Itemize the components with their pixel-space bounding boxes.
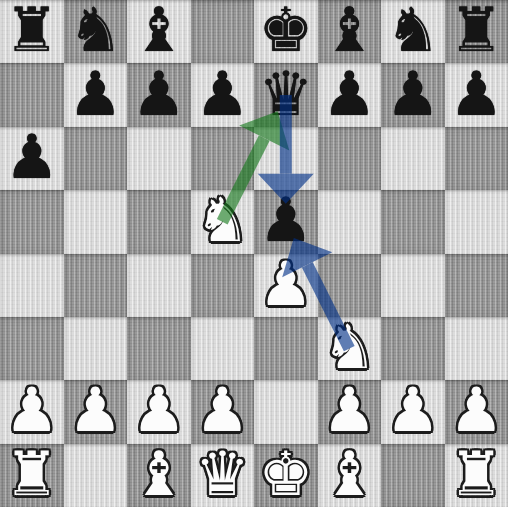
black-pawn[interactable]: ♟ [449,63,504,124]
white-pawn[interactable]: ♟ [322,379,377,440]
white-pawn[interactable]: ♟ [258,253,313,314]
square-c5[interactable] [127,190,191,253]
square-g4[interactable] [381,254,445,317]
square-b6[interactable] [64,127,128,190]
square-a5[interactable] [0,190,64,253]
square-a7[interactable] [0,63,64,126]
square-f6[interactable] [318,127,382,190]
black-pawn[interactable]: ♟ [385,63,440,124]
square-a3[interactable] [0,317,64,380]
square-h4[interactable] [445,254,508,317]
square-e3[interactable] [254,317,318,380]
chess-board: ♜♞♝♚♝♞♜♟♟♟♛♟♟♟♟♞♟♟♞♟♟♟♟♟♟♟♜♝♛♚♝♜ [0,0,508,507]
black-pawn[interactable]: ♟ [195,63,250,124]
square-g6[interactable] [381,127,445,190]
black-pawn[interactable]: ♟ [68,63,123,124]
square-e2[interactable] [254,380,318,443]
square-c1[interactable]: ♝ [127,444,191,507]
square-a2[interactable]: ♟ [0,380,64,443]
square-b1[interactable] [64,444,128,507]
white-pawn[interactable]: ♟ [195,379,250,440]
square-e5[interactable]: ♟ [254,190,318,253]
white-pawn[interactable]: ♟ [4,379,59,440]
white-queen[interactable]: ♛ [195,443,250,504]
square-f7[interactable]: ♟ [318,63,382,126]
square-c2[interactable]: ♟ [127,380,191,443]
square-b7[interactable]: ♟ [64,63,128,126]
square-g1[interactable] [381,444,445,507]
white-pawn[interactable]: ♟ [68,379,123,440]
square-g3[interactable] [381,317,445,380]
square-e1[interactable]: ♚ [254,444,318,507]
square-h7[interactable]: ♟ [445,63,508,126]
square-g7[interactable]: ♟ [381,63,445,126]
square-d3[interactable] [191,317,255,380]
square-b2[interactable]: ♟ [64,380,128,443]
square-g8[interactable]: ♞ [381,0,445,63]
white-rook[interactable]: ♜ [449,443,504,504]
square-d5[interactable]: ♞ [191,190,255,253]
square-f3[interactable]: ♞ [318,317,382,380]
white-knight[interactable]: ♞ [195,189,250,250]
square-a6[interactable]: ♟ [0,127,64,190]
square-a8[interactable]: ♜ [0,0,64,63]
black-knight[interactable]: ♞ [385,0,440,60]
white-rook[interactable]: ♜ [4,443,59,504]
black-pawn[interactable]: ♟ [322,63,377,124]
white-pawn[interactable]: ♟ [385,379,440,440]
black-bishop[interactable]: ♝ [131,0,186,60]
black-queen[interactable]: ♛ [258,63,313,124]
square-e6[interactable] [254,127,318,190]
square-g5[interactable] [381,190,445,253]
square-b3[interactable] [64,317,128,380]
white-bishop[interactable]: ♝ [131,443,186,504]
square-d1[interactable]: ♛ [191,444,255,507]
square-h8[interactable]: ♜ [445,0,508,63]
square-d4[interactable] [191,254,255,317]
square-d2[interactable]: ♟ [191,380,255,443]
black-rook[interactable]: ♜ [4,0,59,60]
square-b4[interactable] [64,254,128,317]
square-e7[interactable]: ♛ [254,63,318,126]
black-pawn[interactable]: ♟ [4,126,59,187]
square-b8[interactable]: ♞ [64,0,128,63]
black-king[interactable]: ♚ [258,0,313,60]
square-a1[interactable]: ♜ [0,444,64,507]
square-c6[interactable] [127,127,191,190]
square-d6[interactable] [191,127,255,190]
square-f8[interactable]: ♝ [318,0,382,63]
square-d7[interactable]: ♟ [191,63,255,126]
square-e8[interactable]: ♚ [254,0,318,63]
square-h2[interactable]: ♟ [445,380,508,443]
square-d8[interactable] [191,0,255,63]
square-h5[interactable] [445,190,508,253]
white-king[interactable]: ♚ [258,443,313,504]
square-h1[interactable]: ♜ [445,444,508,507]
square-c7[interactable]: ♟ [127,63,191,126]
square-a4[interactable] [0,254,64,317]
square-b5[interactable] [64,190,128,253]
black-rook[interactable]: ♜ [449,0,504,60]
square-c8[interactable]: ♝ [127,0,191,63]
white-pawn[interactable]: ♟ [131,379,186,440]
black-pawn[interactable]: ♟ [131,63,186,124]
square-h6[interactable] [445,127,508,190]
square-g2[interactable]: ♟ [381,380,445,443]
white-pawn[interactable]: ♟ [449,379,504,440]
square-f2[interactable]: ♟ [318,380,382,443]
square-f4[interactable] [318,254,382,317]
square-f5[interactable] [318,190,382,253]
black-knight[interactable]: ♞ [68,0,123,60]
square-c3[interactable] [127,317,191,380]
square-h3[interactable] [445,317,508,380]
chess-board-area: ♜♞♝♚♝♞♜♟♟♟♛♟♟♟♟♞♟♟♞♟♟♟♟♟♟♟♜♝♛♚♝♜ [0,0,508,507]
square-f1[interactable]: ♝ [318,444,382,507]
black-pawn[interactable]: ♟ [258,189,313,250]
square-e4[interactable]: ♟ [254,254,318,317]
square-c4[interactable] [127,254,191,317]
black-bishop[interactable]: ♝ [322,0,377,60]
white-bishop[interactable]: ♝ [322,443,377,504]
white-knight[interactable]: ♞ [322,316,377,377]
